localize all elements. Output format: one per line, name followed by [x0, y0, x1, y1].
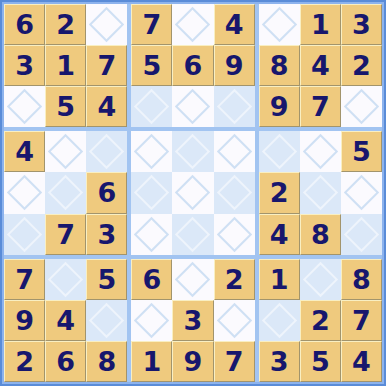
cell-r1c8[interactable]: 1 [300, 4, 341, 45]
diamond-icon [216, 89, 251, 124]
cell-r3c8[interactable]: 7 [300, 86, 341, 127]
cell-r2c2[interactable]: 1 [45, 45, 86, 86]
diamond-icon [262, 7, 297, 42]
diamond-icon [216, 216, 251, 251]
cell-r7c3[interactable]: 5 [86, 259, 127, 300]
cell-r3c3[interactable]: 4 [86, 86, 127, 127]
diamond-icon [134, 89, 169, 124]
diamond-icon [48, 175, 83, 210]
cell-r8c1[interactable]: 9 [4, 300, 45, 341]
diamond-icon [89, 303, 124, 338]
diamond-icon [48, 134, 83, 169]
cell-r3c2[interactable]: 5 [45, 86, 86, 127]
diamond-icon [89, 134, 124, 169]
cell-r6c1[interactable] [4, 214, 45, 255]
cell-r5c7[interactable]: 2 [259, 172, 300, 213]
diamond-icon [134, 175, 169, 210]
cell-r7c5[interactable] [172, 259, 213, 300]
cell-r9c6[interactable]: 7 [214, 341, 255, 382]
cell-r2c8[interactable]: 4 [300, 45, 341, 86]
cell-r1c7[interactable] [259, 4, 300, 45]
cell-r7c1[interactable]: 7 [4, 259, 45, 300]
diamond-icon [48, 262, 83, 297]
cell-r2c4[interactable]: 5 [131, 45, 172, 86]
diamond-icon [262, 303, 297, 338]
diamond-icon [175, 7, 210, 42]
box-4: 4673 [4, 131, 127, 254]
diamond-icon [216, 134, 251, 169]
cell-r4c8[interactable] [300, 131, 341, 172]
diamond-icon [344, 89, 379, 124]
cell-r6c8[interactable]: 8 [300, 214, 341, 255]
cell-r1c4[interactable]: 7 [131, 4, 172, 45]
diamond-icon [216, 303, 251, 338]
cell-r3c4[interactable] [131, 86, 172, 127]
cell-r2c3[interactable]: 7 [86, 45, 127, 86]
cell-r8c3[interactable] [86, 300, 127, 341]
cell-r5c1[interactable] [4, 172, 45, 213]
cell-r4c2[interactable] [45, 131, 86, 172]
diamond-icon [344, 216, 379, 251]
cell-r5c9[interactable] [341, 172, 382, 213]
cell-r6c3[interactable]: 3 [86, 214, 127, 255]
cell-r9c4[interactable]: 1 [131, 341, 172, 382]
cell-r8c2[interactable]: 4 [45, 300, 86, 341]
cell-r8c8[interactable]: 2 [300, 300, 341, 341]
diamond-icon [175, 89, 210, 124]
cell-r3c1[interactable] [4, 86, 45, 127]
cell-r7c8[interactable] [300, 259, 341, 300]
cell-r4c4[interactable] [131, 131, 172, 172]
diamond-icon [344, 175, 379, 210]
cell-r3c7[interactable]: 9 [259, 86, 300, 127]
diamond-icon [216, 175, 251, 210]
cell-r1c6[interactable]: 4 [214, 4, 255, 45]
cell-r8c4[interactable] [131, 300, 172, 341]
cell-r6c7[interactable]: 4 [259, 214, 300, 255]
cell-r5c6[interactable] [214, 172, 255, 213]
cell-r8c6[interactable] [214, 300, 255, 341]
cell-r3c9[interactable] [341, 86, 382, 127]
box-7: 7594268 [4, 259, 127, 382]
cell-r1c9[interactable]: 3 [341, 4, 382, 45]
cell-r6c2[interactable]: 7 [45, 214, 86, 255]
cell-r8c9[interactable]: 7 [341, 300, 382, 341]
diamond-icon [7, 216, 42, 251]
sudoku-board: 6231754 74569 1384297 4673 5248 7594268 … [0, 0, 386, 386]
cell-r6c4[interactable] [131, 214, 172, 255]
cell-r1c2[interactable]: 2 [45, 4, 86, 45]
cell-r5c4[interactable] [131, 172, 172, 213]
box-2: 74569 [131, 4, 254, 127]
diamond-icon [134, 303, 169, 338]
cell-r2c5[interactable]: 6 [172, 45, 213, 86]
diamond-icon [175, 175, 210, 210]
cell-r9c7[interactable]: 3 [259, 341, 300, 382]
diamond-icon [175, 216, 210, 251]
cell-r2c1[interactable]: 3 [4, 45, 45, 86]
cell-r9c9[interactable]: 4 [341, 341, 382, 382]
cell-r8c7[interactable] [259, 300, 300, 341]
cell-r1c1[interactable]: 6 [4, 4, 45, 45]
box-8: 623197 [131, 259, 254, 382]
diamond-icon [303, 175, 338, 210]
cell-r3c5[interactable] [172, 86, 213, 127]
cell-r4c9[interactable]: 5 [341, 131, 382, 172]
sudoku-grid: 6231754 74569 1384297 4673 5248 7594268 … [4, 4, 382, 382]
cell-r9c8[interactable]: 5 [300, 341, 341, 382]
cell-r9c5[interactable]: 9 [172, 341, 213, 382]
cell-r8c5[interactable]: 3 [172, 300, 213, 341]
cell-r7c7[interactable]: 1 [259, 259, 300, 300]
cell-r1c3[interactable] [86, 4, 127, 45]
cell-r6c5[interactable] [172, 214, 213, 255]
cell-r5c2[interactable] [45, 172, 86, 213]
cell-r6c6[interactable] [214, 214, 255, 255]
cell-r9c2[interactable]: 6 [45, 341, 86, 382]
box-6: 5248 [259, 131, 382, 254]
box-9: 1827354 [259, 259, 382, 382]
cell-r4c5[interactable] [172, 131, 213, 172]
cell-r7c6[interactable]: 2 [214, 259, 255, 300]
box-3: 1384297 [259, 4, 382, 127]
diamond-icon [134, 134, 169, 169]
diamond-icon [7, 175, 42, 210]
cell-r7c9[interactable]: 8 [341, 259, 382, 300]
diamond-icon [89, 7, 124, 42]
cell-r9c1[interactable]: 2 [4, 341, 45, 382]
cell-r6c9[interactable] [341, 214, 382, 255]
cell-r2c6[interactable]: 9 [214, 45, 255, 86]
cell-r4c3[interactable] [86, 131, 127, 172]
cell-r4c1[interactable]: 4 [4, 131, 45, 172]
cell-r3c6[interactable] [214, 86, 255, 127]
diamond-icon [7, 89, 42, 124]
diamond-icon [175, 262, 210, 297]
cell-r5c8[interactable] [300, 172, 341, 213]
cell-r7c4[interactable]: 6 [131, 259, 172, 300]
cell-r5c3[interactable]: 6 [86, 172, 127, 213]
diamond-icon [303, 134, 338, 169]
cell-r4c6[interactable] [214, 131, 255, 172]
diamond-icon [134, 216, 169, 251]
diamond-icon [262, 134, 297, 169]
cell-r2c7[interactable]: 8 [259, 45, 300, 86]
cell-r7c2[interactable] [45, 259, 86, 300]
box-5 [131, 131, 254, 254]
cell-r9c3[interactable]: 8 [86, 341, 127, 382]
diamond-icon [175, 134, 210, 169]
cell-r2c9[interactable]: 2 [341, 45, 382, 86]
cell-r1c5[interactable] [172, 4, 213, 45]
cell-r5c5[interactable] [172, 172, 213, 213]
diamond-icon [303, 262, 338, 297]
cell-r4c7[interactable] [259, 131, 300, 172]
box-1: 6231754 [4, 4, 127, 127]
